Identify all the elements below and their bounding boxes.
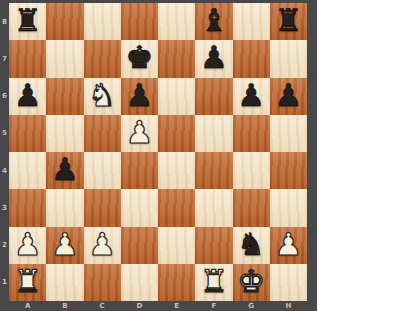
square-a1[interactable]: ♜ xyxy=(9,264,46,301)
white-pawn-piece[interactable]: ♟ xyxy=(51,229,79,260)
square-c4[interactable] xyxy=(84,152,121,189)
square-b3[interactable] xyxy=(46,189,83,226)
rank-label-5: 5 xyxy=(0,115,9,152)
square-h7[interactable] xyxy=(270,40,307,77)
square-b7[interactable] xyxy=(46,40,83,77)
square-c5[interactable] xyxy=(84,115,121,152)
square-d1[interactable] xyxy=(121,264,158,301)
rank-label-6: 6 xyxy=(0,78,9,115)
square-c8[interactable] xyxy=(84,3,121,40)
square-g4[interactable] xyxy=(233,152,270,189)
square-a3[interactable] xyxy=(9,189,46,226)
square-g5[interactable] xyxy=(233,115,270,152)
square-h8[interactable]: ♜ xyxy=(270,3,307,40)
square-e2[interactable] xyxy=(158,227,195,264)
file-label-a: A xyxy=(9,301,46,311)
black-pawn-piece[interactable]: ♟ xyxy=(125,80,153,111)
square-f7[interactable]: ♟ xyxy=(195,40,232,77)
square-h5[interactable] xyxy=(270,115,307,152)
black-bishop-piece[interactable]: ♝ xyxy=(200,5,228,36)
square-f1[interactable]: ♜ xyxy=(195,264,232,301)
rank-label-2: 2 xyxy=(0,227,9,264)
white-pawn-piece[interactable]: ♟ xyxy=(274,229,302,260)
file-label-b: B xyxy=(46,301,83,311)
black-rook-piece[interactable]: ♜ xyxy=(274,5,302,36)
square-a4[interactable] xyxy=(9,152,46,189)
square-e1[interactable] xyxy=(158,264,195,301)
file-labels: A B C D E F G H xyxy=(9,301,307,311)
square-h6[interactable]: ♟ xyxy=(270,78,307,115)
square-b2[interactable]: ♟ xyxy=(46,227,83,264)
black-pawn-piece[interactable]: ♟ xyxy=(274,80,302,111)
square-f8[interactable]: ♝ xyxy=(195,3,232,40)
square-c3[interactable] xyxy=(84,189,121,226)
black-knight-piece[interactable]: ♞ xyxy=(237,229,265,260)
square-b5[interactable] xyxy=(46,115,83,152)
white-pawn-piece[interactable]: ♟ xyxy=(14,229,42,260)
square-d6[interactable]: ♟ xyxy=(121,78,158,115)
square-d7[interactable]: ♚ xyxy=(121,40,158,77)
rank-label-4: 4 xyxy=(0,152,9,189)
square-a2[interactable]: ♟ xyxy=(9,227,46,264)
square-b8[interactable] xyxy=(46,3,83,40)
square-h2[interactable]: ♟ xyxy=(270,227,307,264)
square-e3[interactable] xyxy=(158,189,195,226)
white-rook-piece[interactable]: ♜ xyxy=(200,266,228,297)
chess-board-frame: 8 7 6 5 4 3 2 1 ♜♝♜♚♟♟♞♟♟♟♟♟♟♟♟♞♟♜♜♚ A B… xyxy=(0,0,317,311)
square-f4[interactable] xyxy=(195,152,232,189)
square-a8[interactable]: ♜ xyxy=(9,3,46,40)
square-d4[interactable] xyxy=(121,152,158,189)
file-label-g: G xyxy=(233,301,270,311)
square-b1[interactable] xyxy=(46,264,83,301)
black-pawn-piece[interactable]: ♟ xyxy=(200,42,228,73)
black-pawn-piece[interactable]: ♟ xyxy=(14,80,42,111)
square-g3[interactable] xyxy=(233,189,270,226)
square-a7[interactable] xyxy=(9,40,46,77)
square-d3[interactable] xyxy=(121,189,158,226)
square-b4[interactable]: ♟ xyxy=(46,152,83,189)
square-e5[interactable] xyxy=(158,115,195,152)
black-rook-piece[interactable]: ♜ xyxy=(14,5,42,36)
square-e6[interactable] xyxy=(158,78,195,115)
square-e7[interactable] xyxy=(158,40,195,77)
rank-label-7: 7 xyxy=(0,40,9,77)
white-king-piece[interactable]: ♚ xyxy=(237,266,265,297)
square-g6[interactable]: ♟ xyxy=(233,78,270,115)
square-h3[interactable] xyxy=(270,189,307,226)
square-e4[interactable] xyxy=(158,152,195,189)
white-rook-piece[interactable]: ♜ xyxy=(14,266,42,297)
square-c7[interactable] xyxy=(84,40,121,77)
file-label-e: E xyxy=(158,301,195,311)
black-pawn-piece[interactable]: ♟ xyxy=(237,80,265,111)
file-label-c: C xyxy=(84,301,121,311)
square-g7[interactable] xyxy=(233,40,270,77)
square-d5[interactable]: ♟ xyxy=(121,115,158,152)
rank-labels: 8 7 6 5 4 3 2 1 xyxy=(0,3,9,301)
square-d8[interactable] xyxy=(121,3,158,40)
white-pawn-piece[interactable]: ♟ xyxy=(125,117,153,148)
square-a5[interactable] xyxy=(9,115,46,152)
white-knight-piece[interactable]: ♞ xyxy=(88,80,116,111)
rank-label-1: 1 xyxy=(0,264,9,301)
file-label-h: H xyxy=(270,301,307,311)
square-f6[interactable] xyxy=(195,78,232,115)
square-h4[interactable] xyxy=(270,152,307,189)
square-c1[interactable] xyxy=(84,264,121,301)
rank-label-8: 8 xyxy=(0,3,9,40)
black-king-piece[interactable]: ♚ xyxy=(125,42,153,73)
square-c2[interactable]: ♟ xyxy=(84,227,121,264)
file-label-f: F xyxy=(195,301,232,311)
black-pawn-piece[interactable]: ♟ xyxy=(51,154,79,185)
square-f5[interactable] xyxy=(195,115,232,152)
white-pawn-piece[interactable]: ♟ xyxy=(88,229,116,260)
square-f3[interactable] xyxy=(195,189,232,226)
square-h1[interactable] xyxy=(270,264,307,301)
rank-label-3: 3 xyxy=(0,189,9,226)
chess-board[interactable]: ♜♝♜♚♟♟♞♟♟♟♟♟♟♟♟♞♟♜♜♚ xyxy=(9,3,307,301)
square-g8[interactable] xyxy=(233,3,270,40)
square-g1[interactable]: ♚ xyxy=(233,264,270,301)
square-c6[interactable]: ♞ xyxy=(84,78,121,115)
square-e8[interactable] xyxy=(158,3,195,40)
square-g2[interactable]: ♞ xyxy=(233,227,270,264)
square-a6[interactable]: ♟ xyxy=(9,78,46,115)
file-label-d: D xyxy=(121,301,158,311)
square-f2[interactable] xyxy=(195,227,232,264)
square-b6[interactable] xyxy=(46,78,83,115)
page-background: 8 7 6 5 4 3 2 1 ♜♝♜♚♟♟♞♟♟♟♟♟♟♟♟♞♟♜♜♚ A B… xyxy=(0,0,414,311)
square-d2[interactable] xyxy=(121,227,158,264)
